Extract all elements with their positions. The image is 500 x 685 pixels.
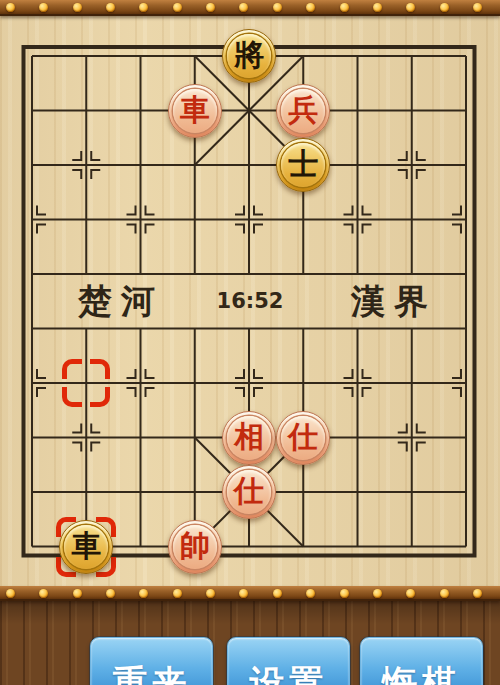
- piece-red-advisor[interactable]: 仕: [276, 411, 330, 465]
- board-point[interactable]: [113, 410, 167, 465]
- board-point[interactable]: [168, 29, 222, 84]
- rivet-icon: [39, 589, 48, 598]
- marker-corner: [90, 387, 110, 407]
- board-point[interactable]: [59, 83, 113, 138]
- rivet-icon: [6, 3, 15, 12]
- board-point[interactable]: [439, 83, 493, 138]
- board-point[interactable]: [276, 247, 330, 302]
- board-point[interactable]: [168, 410, 222, 465]
- board-point[interactable]: [59, 301, 113, 356]
- board-point[interactable]: [385, 465, 439, 520]
- board-point[interactable]: [439, 29, 493, 84]
- rivet-icon: [139, 589, 148, 598]
- piece-glyph: 車: [71, 531, 101, 561]
- board-point[interactable]: [59, 138, 113, 193]
- board-point[interactable]: [439, 192, 493, 247]
- board-point[interactable]: [168, 465, 222, 520]
- settings-button[interactable]: 设置: [227, 637, 350, 685]
- board-point[interactable]: [113, 247, 167, 302]
- board-point[interactable]: [59, 29, 113, 84]
- board-point[interactable]: [168, 301, 222, 356]
- board-point[interactable]: [5, 29, 59, 84]
- board-point[interactable]: [385, 192, 439, 247]
- board-point[interactable]: [276, 519, 330, 574]
- board-point[interactable]: [439, 410, 493, 465]
- board-point[interactable]: [113, 138, 167, 193]
- piece-red-chariot[interactable]: 車: [168, 84, 222, 138]
- piece-red-general[interactable]: 帥: [168, 520, 222, 574]
- board-point[interactable]: [59, 410, 113, 465]
- board-point[interactable]: [222, 192, 276, 247]
- board-point[interactable]: [439, 301, 493, 356]
- board-point[interactable]: [168, 138, 222, 193]
- board-point[interactable]: [330, 519, 384, 574]
- board-point[interactable]: [276, 29, 330, 84]
- rivet-icon: [106, 3, 115, 12]
- board-point[interactable]: 帥: [168, 519, 222, 574]
- rivet-icon: [473, 3, 482, 12]
- rivet-icon: [306, 3, 315, 12]
- rivet-icon: [6, 589, 15, 598]
- undo-button[interactable]: 悔棋: [360, 637, 483, 685]
- board-point[interactable]: [222, 301, 276, 356]
- board-point[interactable]: 仕: [222, 465, 276, 520]
- board-point[interactable]: [385, 138, 439, 193]
- board-point[interactable]: 車: [59, 519, 113, 574]
- board-point[interactable]: [5, 247, 59, 302]
- rivet-icon: [440, 3, 449, 12]
- board-point[interactable]: [222, 247, 276, 302]
- board-point[interactable]: [113, 29, 167, 84]
- board-point[interactable]: [5, 465, 59, 520]
- rivet-icon: [306, 589, 315, 598]
- board-point[interactable]: [5, 410, 59, 465]
- board-point[interactable]: [113, 519, 167, 574]
- rivet-icon: [139, 3, 148, 12]
- piece-glyph: 仕: [288, 422, 318, 452]
- board-point[interactable]: 相: [222, 410, 276, 465]
- rivet-icon: [373, 589, 382, 598]
- bottom-rivet-bar: [0, 586, 500, 601]
- rivet-icon: [206, 3, 215, 12]
- board-point[interactable]: [385, 83, 439, 138]
- board-point[interactable]: [385, 247, 439, 302]
- board-point[interactable]: [439, 356, 493, 411]
- piece-glyph: 仕: [234, 476, 264, 506]
- piece-black-advisor[interactable]: 士: [276, 138, 330, 192]
- rivet-icon: [473, 589, 482, 598]
- board-point[interactable]: [59, 356, 113, 411]
- board-point[interactable]: [113, 301, 167, 356]
- board-point[interactable]: [439, 519, 493, 574]
- marker-corner: [62, 359, 82, 379]
- board-point[interactable]: [222, 83, 276, 138]
- board-point[interactable]: [330, 192, 384, 247]
- rivet-icon: [239, 3, 248, 12]
- rivet-icon: [73, 3, 82, 12]
- board-point[interactable]: [113, 356, 167, 411]
- piece-red-elephant[interactable]: 相: [222, 411, 276, 465]
- piece-glyph: 士: [288, 149, 318, 179]
- board-point[interactable]: [276, 465, 330, 520]
- piece-black-chariot[interactable]: 車: [59, 520, 113, 574]
- rivet-icon: [373, 3, 382, 12]
- piece-black-general[interactable]: 將: [222, 29, 276, 83]
- rivet-icon: [406, 589, 415, 598]
- rivet-icon: [406, 3, 415, 12]
- board-point[interactable]: [276, 356, 330, 411]
- rivet-icon: [239, 589, 248, 598]
- board-point[interactable]: [385, 519, 439, 574]
- board-point[interactable]: [330, 83, 384, 138]
- board-point[interactable]: 士: [276, 138, 330, 193]
- rivet-icon: [39, 3, 48, 12]
- board-point[interactable]: [385, 301, 439, 356]
- board-point[interactable]: [330, 29, 384, 84]
- board-point[interactable]: [5, 83, 59, 138]
- rivet-icon: [273, 3, 282, 12]
- board-point[interactable]: [5, 301, 59, 356]
- top-rivet-bar: [0, 0, 500, 16]
- board-point[interactable]: [168, 192, 222, 247]
- rivet-icon: [206, 589, 215, 598]
- rivet-icon: [173, 589, 182, 598]
- board-point[interactable]: [385, 410, 439, 465]
- rivet-icon: [73, 589, 82, 598]
- rivet-icon: [440, 589, 449, 598]
- rivet-icon: [273, 589, 282, 598]
- board-point[interactable]: 將: [222, 29, 276, 84]
- rivet-icon: [340, 3, 349, 12]
- board-point[interactable]: 兵: [276, 83, 330, 138]
- points-grid: 將車兵士相仕仕車帥: [5, 29, 493, 574]
- board-point[interactable]: [59, 247, 113, 302]
- board-point[interactable]: [330, 247, 384, 302]
- board-point[interactable]: [222, 356, 276, 411]
- board-point[interactable]: [222, 519, 276, 574]
- board-point[interactable]: [330, 410, 384, 465]
- move-source-marker: [62, 359, 110, 407]
- board-point[interactable]: [330, 138, 384, 193]
- board-point[interactable]: [276, 301, 330, 356]
- board-point[interactable]: [385, 356, 439, 411]
- board-point[interactable]: [5, 192, 59, 247]
- xiangqi-board: 楚河 16:52 漢界 將車兵士相仕仕車帥: [0, 0, 500, 587]
- board-point[interactable]: [439, 138, 493, 193]
- piece-glyph: 車: [180, 95, 210, 125]
- rivet-icon: [173, 3, 182, 12]
- board-point[interactable]: [113, 465, 167, 520]
- rivet-icon: [340, 589, 349, 598]
- board-point[interactable]: [330, 356, 384, 411]
- board-point[interactable]: [276, 192, 330, 247]
- marker-corner: [90, 359, 110, 379]
- piece-glyph: 兵: [288, 95, 318, 125]
- marker-corner: [62, 387, 82, 407]
- board-point[interactable]: [439, 465, 493, 520]
- board-point[interactable]: [5, 519, 59, 574]
- piece-glyph: 將: [234, 40, 264, 70]
- board-point[interactable]: [59, 192, 113, 247]
- board-point[interactable]: [330, 301, 384, 356]
- board-point[interactable]: [439, 247, 493, 302]
- board-point[interactable]: [168, 247, 222, 302]
- board-point[interactable]: [113, 192, 167, 247]
- restart-button[interactable]: 重来: [90, 637, 213, 685]
- board-point[interactable]: [5, 138, 59, 193]
- board-point[interactable]: [113, 83, 167, 138]
- piece-red-advisor[interactable]: 仕: [222, 465, 276, 519]
- board-point[interactable]: [385, 29, 439, 84]
- board-point[interactable]: 仕: [276, 410, 330, 465]
- board-point[interactable]: [222, 138, 276, 193]
- board-point[interactable]: 車: [168, 83, 222, 138]
- controls-bar: 重来 设置 悔棋: [0, 637, 500, 685]
- board-point[interactable]: [330, 465, 384, 520]
- board-point[interactable]: [59, 465, 113, 520]
- piece-red-soldier[interactable]: 兵: [276, 84, 330, 138]
- piece-glyph: 相: [234, 422, 264, 452]
- board-point[interactable]: [5, 356, 59, 411]
- rivet-icon: [106, 589, 115, 598]
- board-point[interactable]: [168, 356, 222, 411]
- piece-glyph: 帥: [180, 531, 210, 561]
